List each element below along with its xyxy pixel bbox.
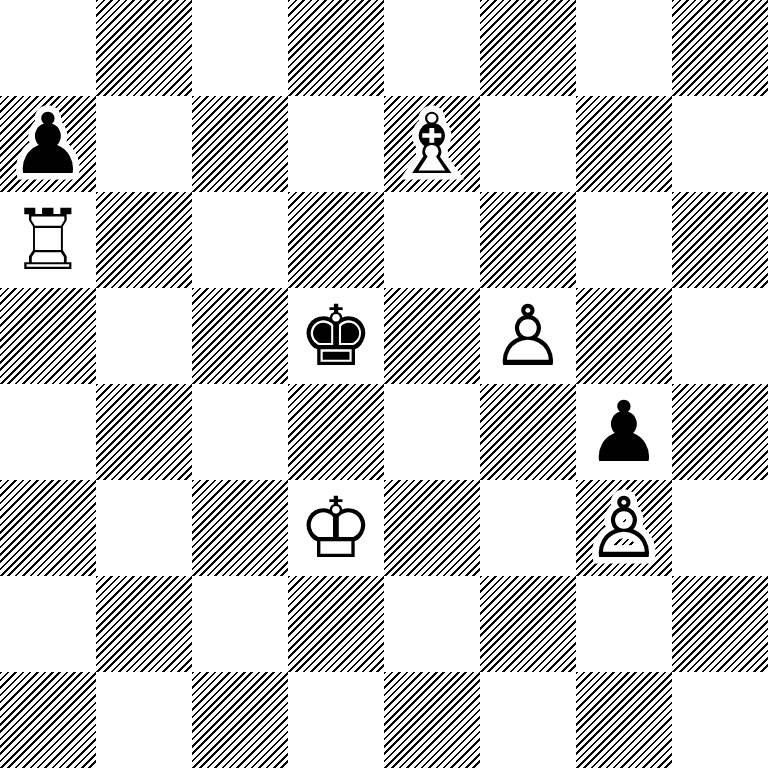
square-d1[interactable] xyxy=(288,672,384,768)
square-e8[interactable] xyxy=(384,0,480,96)
square-f4[interactable] xyxy=(480,384,576,480)
piece-white-rook[interactable]: ♖ xyxy=(0,192,96,288)
square-a2[interactable] xyxy=(0,576,96,672)
square-a8[interactable] xyxy=(0,0,96,96)
square-a4[interactable] xyxy=(0,384,96,480)
black-pawn-halo: ♟ xyxy=(0,96,96,192)
white-bishop-halo: ♗ xyxy=(384,96,480,192)
square-e1[interactable] xyxy=(384,672,480,768)
white-pawn-halo: ♙ xyxy=(576,480,672,576)
square-h4[interactable] xyxy=(672,384,768,480)
square-c1[interactable] xyxy=(192,672,288,768)
piece-white-king[interactable]: ♔ xyxy=(288,480,384,576)
square-d7[interactable] xyxy=(288,96,384,192)
square-c3[interactable] xyxy=(192,480,288,576)
square-b4[interactable] xyxy=(96,384,192,480)
square-h6[interactable] xyxy=(672,192,768,288)
square-d3[interactable]: ♔♔ xyxy=(288,480,384,576)
square-b1[interactable] xyxy=(96,672,192,768)
square-c2[interactable] xyxy=(192,576,288,672)
square-b6[interactable] xyxy=(96,192,192,288)
square-c5[interactable] xyxy=(192,288,288,384)
piece-white-pawn[interactable]: ♙ xyxy=(576,480,672,576)
square-d8[interactable] xyxy=(288,0,384,96)
square-a5[interactable] xyxy=(0,288,96,384)
square-f5[interactable]: ♙♙ xyxy=(480,288,576,384)
square-e4[interactable] xyxy=(384,384,480,480)
square-b5[interactable] xyxy=(96,288,192,384)
square-a6[interactable]: ♖♖ xyxy=(0,192,96,288)
piece-white-pawn[interactable]: ♙ xyxy=(480,288,576,384)
square-c6[interactable] xyxy=(192,192,288,288)
square-g2[interactable] xyxy=(576,576,672,672)
square-b7[interactable] xyxy=(96,96,192,192)
black-pawn-halo: ♟ xyxy=(576,384,672,480)
square-g4[interactable]: ♟♟ xyxy=(576,384,672,480)
square-f2[interactable] xyxy=(480,576,576,672)
square-d6[interactable] xyxy=(288,192,384,288)
square-f6[interactable] xyxy=(480,192,576,288)
square-h2[interactable] xyxy=(672,576,768,672)
piece-black-king[interactable]: ♚ xyxy=(288,288,384,384)
square-d5[interactable]: ♚♚ xyxy=(288,288,384,384)
square-e5[interactable] xyxy=(384,288,480,384)
square-f1[interactable] xyxy=(480,672,576,768)
square-f3[interactable] xyxy=(480,480,576,576)
square-d4[interactable] xyxy=(288,384,384,480)
square-b8[interactable] xyxy=(96,0,192,96)
piece-white-bishop[interactable]: ♗ xyxy=(384,96,480,192)
square-e3[interactable] xyxy=(384,480,480,576)
square-g3[interactable]: ♙♙ xyxy=(576,480,672,576)
square-g6[interactable] xyxy=(576,192,672,288)
square-b2[interactable] xyxy=(96,576,192,672)
white-rook-halo: ♖ xyxy=(0,192,96,288)
square-e6[interactable] xyxy=(384,192,480,288)
square-g1[interactable] xyxy=(576,672,672,768)
square-h8[interactable] xyxy=(672,0,768,96)
square-f7[interactable] xyxy=(480,96,576,192)
square-a7[interactable]: ♟♟ xyxy=(0,96,96,192)
square-h1[interactable] xyxy=(672,672,768,768)
square-e7[interactable]: ♗♗ xyxy=(384,96,480,192)
square-f8[interactable] xyxy=(480,0,576,96)
square-c7[interactable] xyxy=(192,96,288,192)
square-g5[interactable] xyxy=(576,288,672,384)
piece-black-pawn[interactable]: ♟ xyxy=(576,384,672,480)
black-king-halo: ♚ xyxy=(288,288,384,384)
white-king-halo: ♔ xyxy=(288,480,384,576)
square-h7[interactable] xyxy=(672,96,768,192)
square-h3[interactable] xyxy=(672,480,768,576)
square-c8[interactable] xyxy=(192,0,288,96)
piece-black-pawn[interactable]: ♟ xyxy=(0,96,96,192)
square-c4[interactable] xyxy=(192,384,288,480)
square-e2[interactable] xyxy=(384,576,480,672)
chess-board: ♟♟♗♗♖♖♚♚♙♙♟♟♔♔♙♙ xyxy=(0,0,768,768)
square-g8[interactable] xyxy=(576,0,672,96)
square-b3[interactable] xyxy=(96,480,192,576)
white-pawn-halo: ♙ xyxy=(480,288,576,384)
square-a3[interactable] xyxy=(0,480,96,576)
square-h5[interactable] xyxy=(672,288,768,384)
square-a1[interactable] xyxy=(0,672,96,768)
square-d2[interactable] xyxy=(288,576,384,672)
square-g7[interactable] xyxy=(576,96,672,192)
